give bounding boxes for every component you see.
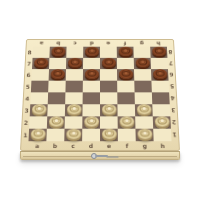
square-h5[interactable]: [151, 81, 169, 93]
square-b6[interactable]: [49, 69, 66, 81]
rank-label-right-2: 2: [170, 116, 177, 128]
square-g6[interactable]: [134, 69, 151, 81]
brown-piece-e7[interactable]: [101, 58, 115, 68]
square-d1[interactable]: [82, 129, 100, 142]
file-label-top-f: f: [117, 40, 134, 47]
brown-piece-h6[interactable]: [152, 69, 167, 79]
square-b2[interactable]: [47, 116, 65, 128]
brown-piece-g7[interactable]: [135, 58, 149, 68]
cream-piece-h2[interactable]: [154, 116, 169, 126]
square-b8[interactable]: [49, 47, 66, 58]
frame-corner: [172, 141, 179, 150]
product-photo-background: abcdefgh8877665544332211abcdefgh: [0, 0, 200, 200]
square-a3[interactable]: [30, 104, 48, 116]
square-c8[interactable]: [66, 47, 83, 58]
cream-piece-g1[interactable]: [137, 129, 152, 140]
brown-piece-a7[interactable]: [33, 58, 48, 68]
square-a4[interactable]: [30, 92, 48, 104]
file-label-bottom-d: d: [82, 141, 100, 150]
square-g5[interactable]: [134, 81, 152, 93]
square-e6[interactable]: [100, 69, 117, 81]
cream-piece-g3[interactable]: [136, 104, 151, 114]
square-d5[interactable]: [83, 81, 100, 93]
square-h6[interactable]: [151, 69, 169, 81]
square-h2[interactable]: [153, 116, 171, 128]
square-g4[interactable]: [135, 92, 153, 104]
square-c3[interactable]: [65, 104, 83, 116]
square-b7[interactable]: [49, 58, 66, 69]
rank-label-right-1: 1: [171, 129, 179, 142]
square-c2[interactable]: [65, 116, 83, 128]
square-g1[interactable]: [135, 129, 153, 142]
rank-label-right-5: 5: [169, 81, 176, 93]
square-b5[interactable]: [48, 81, 66, 93]
square-c6[interactable]: [66, 69, 83, 81]
rank-label-right-3: 3: [170, 104, 177, 116]
file-label-top-e: e: [100, 40, 117, 47]
file-label-top-d: d: [83, 40, 100, 47]
cream-piece-e1[interactable]: [101, 129, 116, 140]
cream-piece-f2[interactable]: [119, 116, 134, 126]
square-h4[interactable]: [152, 92, 170, 104]
square-f2[interactable]: [118, 116, 136, 128]
square-g3[interactable]: [135, 104, 153, 116]
cream-piece-c1[interactable]: [66, 129, 81, 140]
square-e5[interactable]: [100, 81, 117, 93]
board-grid: abcdefgh8877665544332211abcdefgh: [20, 39, 180, 151]
square-h1[interactable]: [153, 129, 171, 142]
cream-piece-c3[interactable]: [66, 104, 81, 114]
file-label-bottom-h: h: [154, 141, 172, 150]
square-h8[interactable]: [150, 47, 167, 58]
brown-piece-h8[interactable]: [152, 47, 166, 56]
frame-corner: [167, 40, 174, 47]
brown-piece-d6[interactable]: [84, 69, 98, 79]
square-b4[interactable]: [48, 92, 66, 104]
square-h3[interactable]: [152, 104, 170, 116]
file-label-bottom-e: e: [100, 141, 118, 150]
brown-piece-f8[interactable]: [118, 47, 132, 56]
square-f8[interactable]: [117, 47, 134, 58]
file-label-bottom-g: g: [136, 141, 154, 150]
cream-piece-b2[interactable]: [48, 116, 63, 126]
square-a7[interactable]: [32, 58, 49, 69]
file-label-bottom-f: f: [118, 141, 136, 150]
square-e7[interactable]: [100, 58, 117, 69]
file-label-top-a: a: [33, 40, 50, 47]
file-label-top-b: b: [50, 40, 67, 47]
rank-label-right-4: 4: [169, 92, 176, 104]
square-c4[interactable]: [65, 92, 83, 104]
square-f7[interactable]: [117, 58, 134, 69]
square-g8[interactable]: [133, 47, 150, 58]
square-b3[interactable]: [47, 104, 65, 116]
square-a2[interactable]: [29, 116, 47, 128]
square-c1[interactable]: [64, 129, 82, 142]
square-g2[interactable]: [135, 116, 153, 128]
square-a5[interactable]: [31, 81, 49, 93]
square-g7[interactable]: [134, 58, 151, 69]
square-e8[interactable]: [100, 47, 117, 58]
square-d3[interactable]: [82, 104, 100, 116]
square-a1[interactable]: [28, 129, 46, 142]
square-e4[interactable]: [100, 92, 117, 104]
square-b1[interactable]: [46, 129, 64, 142]
brown-piece-c7[interactable]: [67, 58, 81, 68]
clasp-icon: [91, 153, 109, 159]
cream-piece-e3[interactable]: [101, 104, 116, 114]
file-label-top-c: c: [67, 40, 84, 47]
square-d7[interactable]: [83, 58, 100, 69]
brown-piece-b6[interactable]: [50, 69, 65, 79]
square-d8[interactable]: [83, 47, 100, 58]
rank-label-right-7: 7: [167, 58, 174, 69]
square-e2[interactable]: [100, 116, 118, 128]
square-f3[interactable]: [117, 104, 135, 116]
square-f6[interactable]: [117, 69, 134, 81]
cream-piece-d2[interactable]: [84, 116, 99, 126]
cream-piece-a3[interactable]: [31, 104, 46, 114]
file-label-bottom-a: a: [28, 141, 46, 150]
board-front-edge: [20, 151, 180, 160]
file-label-top-h: h: [150, 40, 167, 47]
square-d6[interactable]: [83, 69, 100, 81]
square-a8[interactable]: [33, 47, 50, 58]
brown-piece-b8[interactable]: [51, 47, 65, 56]
square-c5[interactable]: [65, 81, 82, 93]
square-f1[interactable]: [118, 129, 136, 142]
file-label-bottom-c: c: [64, 141, 82, 150]
rank-label-right-6: 6: [168, 69, 175, 81]
checkers-board: abcdefgh8877665544332211abcdefgh: [20, 28, 180, 160]
square-d4[interactable]: [83, 92, 100, 104]
square-c7[interactable]: [66, 58, 83, 69]
brown-piece-f6[interactable]: [118, 69, 132, 79]
rank-label-right-8: 8: [167, 47, 174, 58]
file-label-top-g: g: [133, 40, 150, 47]
square-e3[interactable]: [100, 104, 118, 116]
square-h7[interactable]: [151, 58, 168, 69]
file-label-bottom-b: b: [46, 141, 64, 150]
square-a6[interactable]: [31, 69, 49, 81]
brown-piece-d8[interactable]: [85, 47, 99, 56]
square-f5[interactable]: [117, 81, 134, 93]
square-e1[interactable]: [100, 129, 118, 142]
square-f4[interactable]: [117, 92, 135, 104]
cream-piece-a1[interactable]: [30, 129, 45, 140]
square-d2[interactable]: [82, 116, 100, 128]
